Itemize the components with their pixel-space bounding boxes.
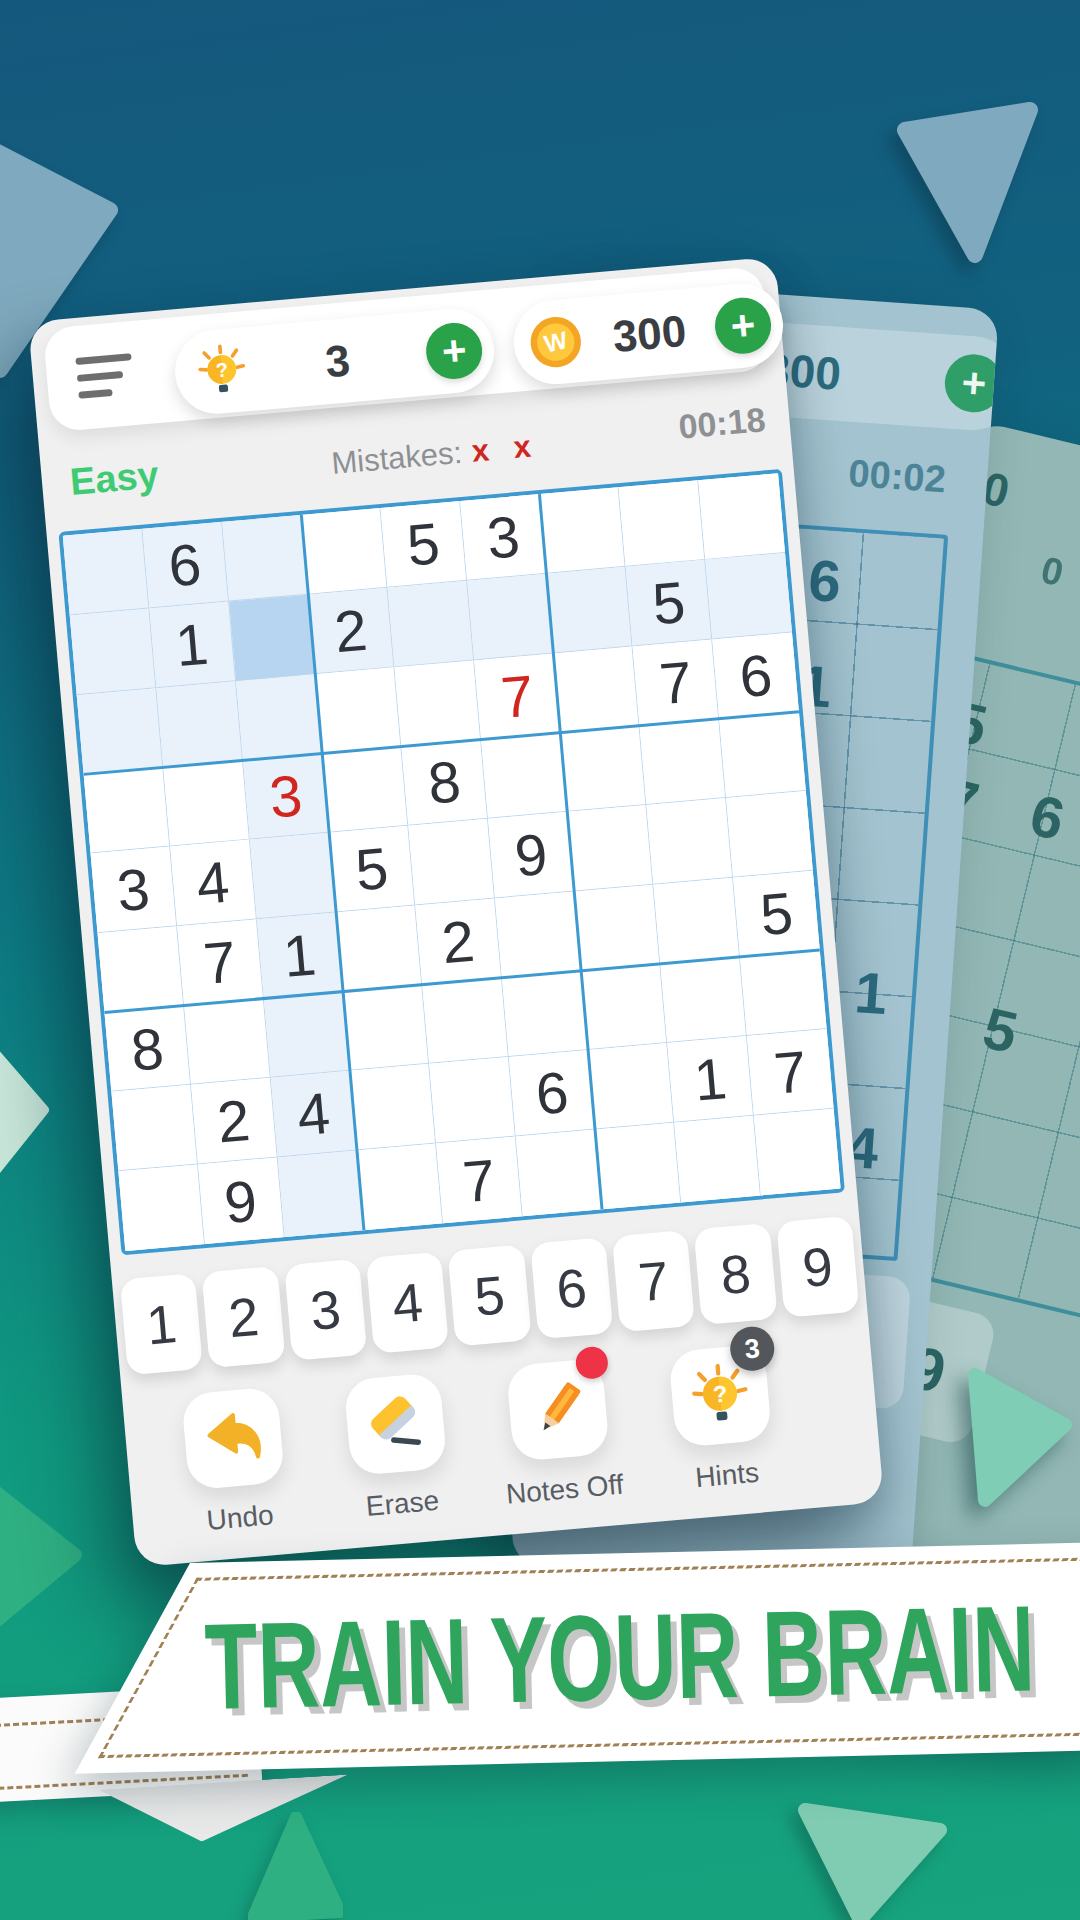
sudoku-cell-r9c1[interactable] xyxy=(118,1165,204,1251)
coin-icon: W xyxy=(525,312,586,373)
sudoku-cell-r1c2[interactable]: 6 xyxy=(142,522,228,608)
numpad-key-9[interactable]: 9 xyxy=(776,1216,859,1318)
triangle-bottom-right xyxy=(790,1795,950,1920)
game-timer: 00:18 xyxy=(677,400,767,446)
sudoku-cell-r4c7[interactable] xyxy=(560,726,646,812)
sudoku-cell-r1c5[interactable]: 5 xyxy=(381,501,467,587)
mistakes-marks: x x xyxy=(470,428,540,469)
hints-label: Hints xyxy=(651,1453,803,1498)
sudoku-cell-r2c6[interactable] xyxy=(467,574,553,660)
sudoku-cell-r6c8[interactable] xyxy=(654,878,740,964)
sudoku-cell-r4c5[interactable]: 8 xyxy=(402,739,488,825)
sudoku-cell-r9c6[interactable] xyxy=(516,1130,602,1216)
sudoku-cell-r2c4[interactable]: 2 xyxy=(308,587,394,673)
sudoku-cell-r4c2[interactable] xyxy=(163,760,249,846)
sudoku-cell-r3c3[interactable] xyxy=(236,674,322,760)
sudoku-cell-r8c4[interactable] xyxy=(350,1064,436,1150)
banner: TRAIN YOUR BRAIN xyxy=(75,1538,1080,1774)
sudoku-cell-r7c3[interactable] xyxy=(263,992,349,1078)
mistakes-label: Mistakes: xyxy=(330,435,463,481)
sudoku-cell-r4c8[interactable] xyxy=(640,719,726,805)
bg1-timer: 00:02 xyxy=(816,450,979,504)
sudoku-cell-r4c9[interactable] xyxy=(719,712,805,798)
sudoku-cell-r8c2[interactable]: 2 xyxy=(191,1078,277,1164)
eraser-icon xyxy=(361,1390,430,1459)
sudoku-cell-r6c9[interactable]: 5 xyxy=(733,871,819,957)
pencil-icon xyxy=(522,1374,594,1446)
sudoku-cell-r1c7[interactable] xyxy=(540,487,626,573)
sudoku-cell-r6c1[interactable] xyxy=(98,926,184,1012)
undo-label: Undo xyxy=(164,1496,316,1541)
sudoku-cell-r7c5[interactable] xyxy=(422,978,508,1064)
sudoku-cell-r1c1[interactable] xyxy=(63,529,149,615)
sudoku-cell-r8c6[interactable]: 6 xyxy=(509,1050,595,1136)
numpad-key-1[interactable]: 1 xyxy=(120,1273,203,1375)
sudoku-cell-r2c3[interactable] xyxy=(229,594,315,680)
undo-icon xyxy=(199,1405,266,1472)
numpad-key-6[interactable]: 6 xyxy=(530,1237,613,1339)
sudoku-cell-r6c3[interactable]: 1 xyxy=(256,912,342,998)
numpad-key-7[interactable]: 7 xyxy=(612,1230,695,1332)
sudoku-cell-r4c1[interactable] xyxy=(84,767,170,853)
sudoku-cell-r8c5[interactable] xyxy=(429,1057,515,1143)
sudoku-cell-r9c8[interactable] xyxy=(675,1116,761,1202)
numpad-key-3[interactable]: 3 xyxy=(284,1259,367,1361)
triangle-mid-left xyxy=(0,1040,52,1180)
sudoku-cell-r7c1[interactable]: 8 xyxy=(104,1006,190,1092)
sudoku-cell-r2c1[interactable] xyxy=(70,608,156,694)
sudoku-cell-r7c8[interactable] xyxy=(661,957,747,1043)
bg-1-grid-number: 6 xyxy=(806,546,843,615)
hints-button[interactable]: ? 3 Hints xyxy=(641,1341,803,1498)
sudoku-cell-r2c2[interactable]: 1 xyxy=(149,601,235,687)
sudoku-cell-r6c5[interactable]: 2 xyxy=(415,898,501,984)
menu-button[interactable] xyxy=(75,353,139,402)
svg-text:?: ? xyxy=(712,1381,729,1408)
sudoku-cell-r4c6[interactable] xyxy=(481,732,567,818)
sudoku-cell-r3c4[interactable] xyxy=(315,667,401,753)
triangle-left-green xyxy=(0,1470,85,1640)
sudoku-cell-r5c2[interactable]: 4 xyxy=(170,840,256,926)
sudoku-cell-r7c9[interactable] xyxy=(740,950,826,1036)
sudoku-cell-r8c1[interactable] xyxy=(111,1085,197,1171)
sudoku-cell-r3c1[interactable] xyxy=(77,688,163,774)
sudoku-cell-r3c5[interactable] xyxy=(395,660,481,746)
numpad-key-4[interactable]: 4 xyxy=(366,1252,449,1354)
sudoku-cell-r7c4[interactable] xyxy=(343,985,429,1071)
promo-background: 300 0 9 5765 300 + 00:02 9 6114 xyxy=(0,0,1080,1920)
sudoku-cell-r9c3[interactable] xyxy=(277,1151,363,1237)
add-coins-button[interactable]: + xyxy=(713,295,774,356)
numpad-key-5[interactable]: 5 xyxy=(448,1244,531,1346)
sudoku-cell-r2c9[interactable] xyxy=(706,553,792,639)
sudoku-cell-r9c4[interactable] xyxy=(357,1144,443,1230)
sudoku-cell-r9c7[interactable] xyxy=(595,1123,681,1209)
hints-bulb-icon: ? xyxy=(686,1361,755,1430)
sudoku-cell-r3c9[interactable]: 6 xyxy=(712,632,798,718)
sudoku-cell-r8c7[interactable] xyxy=(588,1043,674,1129)
sudoku-cell-r1c6[interactable]: 3 xyxy=(460,494,546,580)
hint-bulb-icon: ? xyxy=(193,342,252,401)
sudoku-cell-r9c5[interactable]: 7 xyxy=(436,1137,522,1223)
sudoku-cell-r6c2[interactable]: 7 xyxy=(177,919,263,1005)
sudoku-cell-r7c7[interactable] xyxy=(581,964,667,1050)
sudoku-cell-r1c9[interactable] xyxy=(699,473,785,559)
sudoku-cell-r5c7[interactable] xyxy=(567,805,653,891)
erase-label: Erase xyxy=(326,1481,478,1526)
sudoku-cell-r1c8[interactable] xyxy=(619,480,705,566)
sudoku-cell-r7c6[interactable] xyxy=(502,971,588,1057)
coins-amount: 300 xyxy=(581,303,717,364)
sudoku-cell-r1c3[interactable] xyxy=(222,515,308,601)
sudoku-cell-r3c7[interactable] xyxy=(554,646,640,732)
sudoku-cell-r5c3[interactable] xyxy=(250,833,336,919)
add-hints-button[interactable]: + xyxy=(424,321,485,382)
sudoku-cell-r9c9[interactable] xyxy=(754,1109,840,1195)
sudoku-cell-r2c5[interactable] xyxy=(388,580,474,666)
sudoku-cell-r7c2[interactable] xyxy=(184,999,270,1085)
sudoku-cell-r5c9[interactable] xyxy=(726,791,812,877)
triangle-top-right xyxy=(880,95,1050,270)
notes-label: Notes Off xyxy=(489,1467,641,1512)
bg2-timer: 0 xyxy=(1037,548,1068,595)
sudoku-cell-r5c8[interactable] xyxy=(647,798,733,884)
hints-counter: ? 3 + xyxy=(172,306,498,418)
sudoku-cell-r8c9[interactable]: 7 xyxy=(747,1030,833,1116)
sudoku-cell-r8c8[interactable]: 1 xyxy=(668,1036,754,1122)
sudoku-cell-r9c2[interactable]: 9 xyxy=(198,1158,284,1244)
sudoku-cell-r8c3[interactable]: 4 xyxy=(270,1071,356,1157)
erase-button[interactable]: Erase xyxy=(317,1370,479,1527)
sudoku-cell-r3c6[interactable]: 7 xyxy=(474,653,560,739)
sudoku-cell-r6c4[interactable] xyxy=(336,905,422,991)
sudoku-cell-r6c6[interactable] xyxy=(495,891,581,977)
sudoku-cell-r5c4[interactable]: 5 xyxy=(329,826,415,912)
notes-toggle-button[interactable]: Notes Off xyxy=(479,1356,641,1513)
sudoku-cell-r4c3[interactable]: 3 xyxy=(243,753,329,839)
undo-button[interactable]: Undo xyxy=(154,1384,316,1541)
triangle-right-mid xyxy=(960,1350,1080,1510)
svg-text:?: ? xyxy=(215,358,229,381)
numpad-key-2[interactable]: 2 xyxy=(202,1266,285,1368)
sudoku-cell-r2c8[interactable]: 5 xyxy=(626,560,712,646)
numpad-key-8[interactable]: 8 xyxy=(694,1223,777,1325)
sudoku-cell-r5c5[interactable] xyxy=(408,819,494,905)
sudoku-app-screen: ? 3 + W 300 + Easy Mistakes:x x 00:18 65… xyxy=(28,257,884,1568)
sudoku-cell-r4c4[interactable] xyxy=(322,746,408,832)
banner-text: TRAIN YOUR BRAIN xyxy=(204,1578,1037,1737)
sudoku-cell-r2c7[interactable] xyxy=(547,567,633,653)
bg-1-grid-number: 1 xyxy=(853,958,890,1027)
coins-counter: W 300 + xyxy=(510,280,786,387)
bg1-plus-icon: + xyxy=(943,352,999,414)
sudoku-cell-r1c4[interactable] xyxy=(301,508,387,594)
sudoku-cell-r3c8[interactable]: 7 xyxy=(633,639,719,725)
sudoku-cell-r5c6[interactable]: 9 xyxy=(488,812,574,898)
triangle-bottom-center xyxy=(248,1812,343,1920)
sudoku-cell-r3c2[interactable] xyxy=(156,681,242,767)
sudoku-board: 653125776383459712582461797 xyxy=(58,469,845,1256)
hints-count: 3 xyxy=(247,329,429,394)
sudoku-cell-r6c7[interactable] xyxy=(574,884,660,970)
sudoku-cell-r5c1[interactable]: 3 xyxy=(91,847,177,933)
